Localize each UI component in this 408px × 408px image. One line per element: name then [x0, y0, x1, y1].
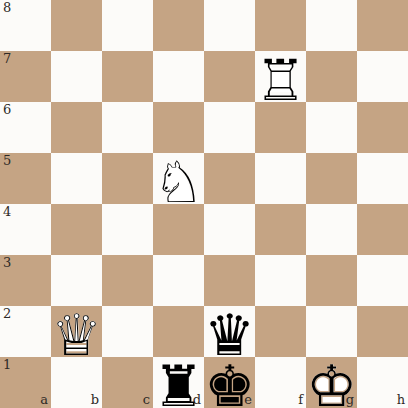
square-a8[interactable]: 8	[0, 0, 51, 51]
rank-label-8: 8	[3, 1, 11, 15]
square-c3[interactable]	[102, 255, 153, 306]
square-d1[interactable]: d♜	[153, 357, 204, 408]
square-a6[interactable]: 6	[0, 102, 51, 153]
square-e8[interactable]	[204, 0, 255, 51]
square-e7[interactable]	[204, 51, 255, 102]
square-h8[interactable]	[357, 0, 408, 51]
square-h3[interactable]	[357, 255, 408, 306]
square-c8[interactable]	[102, 0, 153, 51]
black-queen-e2[interactable]: ♛	[204, 306, 255, 357]
square-e3[interactable]	[204, 255, 255, 306]
rank-label-4: 4	[3, 205, 11, 219]
square-h7[interactable]	[357, 51, 408, 102]
square-h4[interactable]	[357, 204, 408, 255]
square-e1[interactable]: e♚	[204, 357, 255, 408]
square-f3[interactable]	[255, 255, 306, 306]
black-rook-d1[interactable]: ♜	[153, 357, 204, 408]
file-label-h: h	[397, 393, 405, 407]
square-c7[interactable]	[102, 51, 153, 102]
square-d8[interactable]	[153, 0, 204, 51]
square-b8[interactable]	[51, 0, 102, 51]
square-a5[interactable]: 5	[0, 153, 51, 204]
square-g3[interactable]	[306, 255, 357, 306]
square-e5[interactable]	[204, 153, 255, 204]
square-b2[interactable]: ♛♕	[51, 306, 102, 357]
square-f6[interactable]	[255, 102, 306, 153]
square-e4[interactable]	[204, 204, 255, 255]
square-d7[interactable]	[153, 51, 204, 102]
rank-label-3: 3	[3, 256, 11, 270]
square-a1[interactable]: 1a	[0, 357, 51, 408]
square-c1[interactable]: c	[102, 357, 153, 408]
square-b5[interactable]	[51, 153, 102, 204]
white-rook-f7[interactable]: ♜♖	[255, 51, 306, 102]
square-b1[interactable]: b	[51, 357, 102, 408]
square-b4[interactable]	[51, 204, 102, 255]
square-h2[interactable]	[357, 306, 408, 357]
square-d4[interactable]	[153, 204, 204, 255]
square-h5[interactable]	[357, 153, 408, 204]
square-a2[interactable]: 2	[0, 306, 51, 357]
square-d5[interactable]: ♞♘	[153, 153, 204, 204]
square-c2[interactable]	[102, 306, 153, 357]
square-e2[interactable]: ♛	[204, 306, 255, 357]
white-king-g1[interactable]: ♚♔	[306, 357, 357, 408]
square-g5[interactable]	[306, 153, 357, 204]
file-label-f: f	[298, 393, 303, 407]
file-label-c: c	[143, 393, 150, 407]
queen-icon: ♕	[51, 306, 102, 363]
chessboard: 87♜♖65♞♘432♛♕♛1abcd♜e♚fg♚♔h	[0, 0, 408, 408]
square-b7[interactable]	[51, 51, 102, 102]
square-e6[interactable]	[204, 102, 255, 153]
white-knight-d5[interactable]: ♞♘	[153, 153, 204, 204]
file-label-a: a	[40, 393, 48, 407]
square-f2[interactable]	[255, 306, 306, 357]
square-c6[interactable]	[102, 102, 153, 153]
square-h6[interactable]	[357, 102, 408, 153]
rook-icon: ♜	[153, 357, 204, 408]
square-f4[interactable]	[255, 204, 306, 255]
square-f5[interactable]	[255, 153, 306, 204]
square-g7[interactable]	[306, 51, 357, 102]
square-c5[interactable]	[102, 153, 153, 204]
knight-icon: ♘	[153, 153, 204, 210]
square-a7[interactable]: 7	[0, 51, 51, 102]
square-d2[interactable]	[153, 306, 204, 357]
rank-label-7: 7	[3, 52, 11, 66]
square-g4[interactable]	[306, 204, 357, 255]
square-d3[interactable]	[153, 255, 204, 306]
rank-label-1: 1	[3, 358, 11, 372]
square-b3[interactable]	[51, 255, 102, 306]
square-f1[interactable]: f	[255, 357, 306, 408]
king-icon: ♚	[204, 357, 255, 408]
file-label-b: b	[91, 393, 99, 407]
square-g1[interactable]: g♚♔	[306, 357, 357, 408]
square-g8[interactable]	[306, 0, 357, 51]
king-icon: ♔	[306, 357, 357, 408]
black-king-e1[interactable]: ♚	[204, 357, 255, 408]
rank-label-5: 5	[3, 154, 11, 168]
rank-label-6: 6	[3, 103, 11, 117]
square-d6[interactable]	[153, 102, 204, 153]
square-f8[interactable]	[255, 0, 306, 51]
rook-icon: ♖	[255, 51, 306, 108]
square-b6[interactable]	[51, 102, 102, 153]
square-g2[interactable]	[306, 306, 357, 357]
square-f7[interactable]: ♜♖	[255, 51, 306, 102]
white-queen-b2[interactable]: ♛♕	[51, 306, 102, 357]
rank-label-2: 2	[3, 307, 11, 321]
square-a3[interactable]: 3	[0, 255, 51, 306]
square-a4[interactable]: 4	[0, 204, 51, 255]
square-g6[interactable]	[306, 102, 357, 153]
square-c4[interactable]	[102, 204, 153, 255]
square-h1[interactable]: h	[357, 357, 408, 408]
